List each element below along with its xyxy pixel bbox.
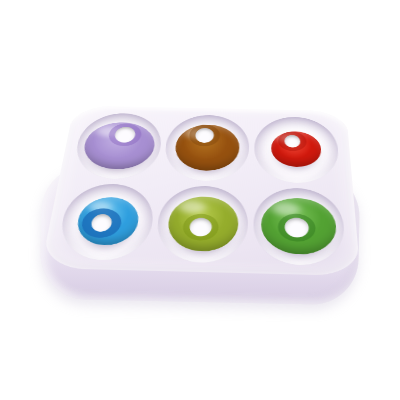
pit-row1-col3: [253, 115, 341, 186]
donut-tray-board: [0, 0, 400, 400]
board-grid: [41, 105, 361, 276]
pit-row1-col1: [70, 111, 165, 181]
donut-hole: [90, 214, 113, 232]
donut-hole: [195, 128, 214, 143]
pit-row2-col1: [54, 181, 157, 263]
pit-row2-col3: [252, 186, 348, 268]
donut-hole: [284, 135, 300, 148]
pit-row1-col2: [161, 113, 250, 183]
donut-hole: [284, 217, 309, 237]
tray-top-face: [41, 105, 361, 276]
donut-hole: [189, 217, 212, 236]
donut-hole: [114, 126, 136, 142]
pit-row2-col2: [153, 184, 250, 266]
